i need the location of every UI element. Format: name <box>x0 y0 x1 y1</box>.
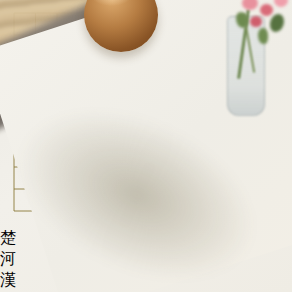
photo-stage: 楚河漢界車馬相仕帥仕相馬車炮炮兵兵兵兵兵卒卒卒卒卒炮炮車馬象士將士象馬車 <box>0 0 292 292</box>
pink-flowers <box>236 0 292 64</box>
